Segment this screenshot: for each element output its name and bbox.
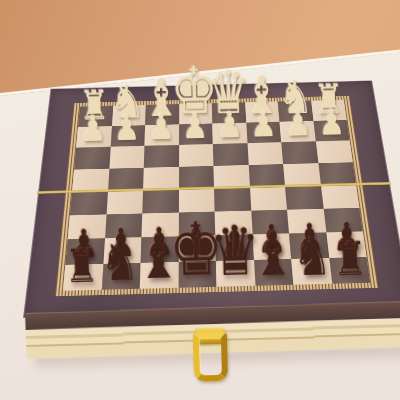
square[interactable] [281, 141, 318, 163]
square[interactable]: ♜ [63, 264, 103, 291]
square[interactable]: ♟ [279, 121, 315, 143]
square[interactable] [106, 190, 143, 214]
square[interactable]: ♞ [101, 263, 140, 290]
square[interactable]: ♛ [216, 260, 255, 287]
square[interactable]: ♟ [76, 126, 111, 148]
square[interactable] [179, 144, 214, 166]
board-frame: ♜♞♝♚♛♝♞♜♟♟♟♟♟♟♟♟♟♟♟♟♟♟♟♟♜♞♝♚♛♝♞♜ [23, 80, 400, 318]
square[interactable]: ♟ [110, 125, 145, 147]
square[interactable]: ♞ [291, 258, 332, 285]
square[interactable] [70, 191, 108, 215]
white-pawn[interactable]: ♟ [250, 106, 277, 142]
white-pawn[interactable]: ♟ [318, 104, 345, 140]
square[interactable]: ♟ [179, 123, 213, 145]
square[interactable]: ♝ [254, 259, 294, 286]
square[interactable] [179, 166, 214, 189]
white-pawn[interactable]: ♟ [284, 105, 311, 141]
square[interactable] [249, 186, 286, 210]
square[interactable] [74, 147, 110, 170]
square[interactable] [283, 163, 320, 186]
white-pawn[interactable]: ♟ [216, 107, 243, 143]
square[interactable]: ♜ [329, 257, 370, 284]
square[interactable] [247, 142, 283, 164]
chess-board: ♜♞♝♚♛♝♞♜♟♟♟♟♟♟♟♟♟♟♟♟♟♟♟♟♜♞♝♚♛♝♞♜ [23, 80, 400, 318]
clasp-hasp-loop [193, 332, 228, 382]
square[interactable] [213, 143, 248, 165]
black-knight[interactable]: ♞ [292, 230, 332, 284]
white-pawn[interactable]: ♟ [148, 109, 175, 145]
square[interactable]: ♟ [212, 122, 247, 144]
square[interactable]: ♟ [144, 124, 178, 146]
chess-set: ♜♞♝♚♛♝♞♜♟♟♟♟♟♟♟♟♟♟♟♟♟♟♟♟♜♞♝♚♛♝♞♜ [33, 7, 394, 368]
white-pawn[interactable]: ♟ [79, 111, 106, 147]
brass-clasp-latch[interactable] [193, 328, 228, 382]
square[interactable] [285, 185, 323, 209]
square[interactable] [109, 146, 145, 169]
black-rook[interactable]: ♜ [64, 243, 99, 290]
white-pawn[interactable]: ♟ [182, 108, 209, 144]
black-bishop[interactable]: ♝ [251, 224, 296, 285]
square[interactable] [318, 162, 356, 185]
square[interactable] [144, 145, 179, 167]
square[interactable] [320, 184, 359, 208]
square[interactable] [315, 140, 352, 162]
black-knight[interactable]: ♞ [100, 235, 140, 289]
white-pawn[interactable]: ♟ [113, 110, 140, 146]
board-squares: ♜♞♝♚♛♝♞♜♟♟♟♟♟♟♟♟♟♟♟♟♟♟♟♟♜♞♝♚♛♝♞♜ [63, 100, 370, 291]
black-rook[interactable]: ♜ [333, 236, 368, 283]
square[interactable]: ♟ [313, 120, 350, 142]
photo-scene: ♜♞♝♚♛♝♞♜♟♟♟♟♟♟♟♟♟♟♟♟♟♟♟♟♜♞♝♚♛♝♞♜ [0, 0, 400, 400]
square[interactable]: ♟ [246, 122, 281, 144]
square[interactable] [248, 164, 285, 187]
